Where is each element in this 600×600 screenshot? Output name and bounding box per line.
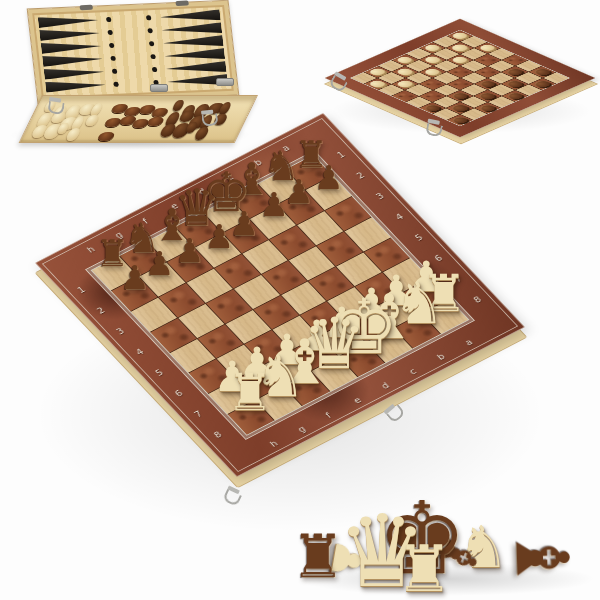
- loose-dark-bishop-lying: ♝: [429, 527, 491, 587]
- backgammon-dot: [113, 82, 119, 87]
- coordinate-label: 1: [336, 151, 347, 160]
- clasp-icon: [222, 489, 242, 507]
- coordinate-label: f: [141, 218, 150, 226]
- loose-dark-bishop-lying: ♝: [505, 524, 579, 591]
- backgammon-point: [160, 9, 221, 23]
- backgammon-point: [41, 40, 102, 54]
- loose-light-rook: ♜: [395, 537, 452, 600]
- coordinate-label: 3: [375, 192, 386, 201]
- coordinate-label: a: [281, 144, 292, 153]
- stored-light-piece: [84, 115, 100, 126]
- loose-light-knight: ♞: [457, 518, 509, 576]
- stored-checker-disc: [146, 117, 165, 126]
- storage-box: [12, 0, 256, 152]
- coordinate-label: 4: [394, 213, 405, 222]
- coordinate-label: b: [253, 159, 264, 168]
- lid-latch-icon: [175, 1, 189, 7]
- coordinate-label: b: [436, 353, 447, 362]
- coordinate-label: h: [86, 245, 97, 254]
- coordinate-label: 5: [154, 369, 165, 378]
- backgammon-point: [164, 48, 225, 62]
- product-photo: 1122334455667788hhggffeeddccbbaa ♜♞♝♛♚♝♞…: [0, 0, 600, 600]
- hinge-icon: [150, 84, 168, 92]
- loose-pieces-shadow: [296, 562, 596, 596]
- loose-light-queen: ♛: [337, 502, 427, 600]
- backgammon-dot: [112, 69, 118, 74]
- loose-light-pawn-lying: ♟: [324, 536, 376, 585]
- coordinate-label: d: [197, 188, 208, 197]
- backgammon-point: [45, 79, 106, 93]
- coordinate-label: d: [380, 382, 391, 391]
- checkers-field: [350, 30, 571, 127]
- backgammon-point: [38, 15, 99, 29]
- coordinate-label: c: [225, 173, 235, 181]
- coordinate-label: 5: [414, 234, 425, 243]
- hinge-icon: [216, 78, 234, 86]
- coordinate-label: 6: [174, 389, 185, 398]
- coordinate-label: 7: [453, 275, 464, 284]
- lid-latch-icon: [79, 5, 93, 11]
- clasp-icon: [386, 404, 406, 423]
- coordinate-label: 2: [96, 307, 107, 316]
- coordinate-label: 4: [135, 348, 146, 357]
- backgammon-point: [165, 61, 226, 75]
- coordinate-label: g: [114, 231, 125, 240]
- backgammon-dot: [107, 30, 113, 35]
- coordinate-label: 8: [213, 431, 224, 440]
- coordinate-label: 8: [472, 296, 483, 305]
- backgammon-dot: [106, 17, 112, 22]
- coordinate-label: 7: [193, 410, 204, 419]
- backgammon-point: [162, 35, 223, 49]
- backgammon-dot: [149, 41, 155, 46]
- backgammon-lid: [27, 0, 240, 104]
- coordinate-label: a: [464, 338, 475, 347]
- backgammon-dot: [109, 43, 115, 48]
- backgammon-point: [161, 22, 222, 36]
- coordinate-label: 1: [76, 286, 87, 295]
- coordinate-label: h: [269, 440, 280, 449]
- coordinate-label: 3: [115, 327, 126, 336]
- backgammon-point: [44, 66, 105, 80]
- coordinate-label: g: [297, 425, 308, 434]
- backgammon-point: [42, 53, 103, 67]
- loose-dark-king: ♚: [377, 489, 467, 589]
- backgammon-point: [39, 27, 100, 41]
- chess-board: 1122334455667788hhggffeeddccbbaa: [35, 113, 525, 477]
- coordinate-label: 2: [355, 171, 366, 180]
- coordinate-label: 6: [433, 254, 444, 263]
- stored-light-piece: [65, 128, 82, 141]
- stored-dark-piece: [193, 127, 210, 140]
- backgammon-dot: [152, 67, 158, 72]
- backgammon-dot: [110, 56, 116, 61]
- coordinate-label: e: [352, 396, 363, 405]
- coordinate-label: f: [324, 412, 333, 420]
- backgammon-dot: [147, 28, 153, 33]
- coordinate-label: e: [169, 202, 180, 211]
- stored-checker-disc: [97, 132, 116, 141]
- backgammon-dot: [150, 54, 156, 59]
- backgammon-dot: [146, 15, 152, 20]
- loose-dark-rook: ♜: [291, 526, 345, 586]
- backgammon-points-left: [38, 13, 135, 95]
- backgammon-points-right: [132, 9, 229, 91]
- coordinate-label: c: [408, 368, 418, 376]
- checkers-board: [324, 18, 596, 137]
